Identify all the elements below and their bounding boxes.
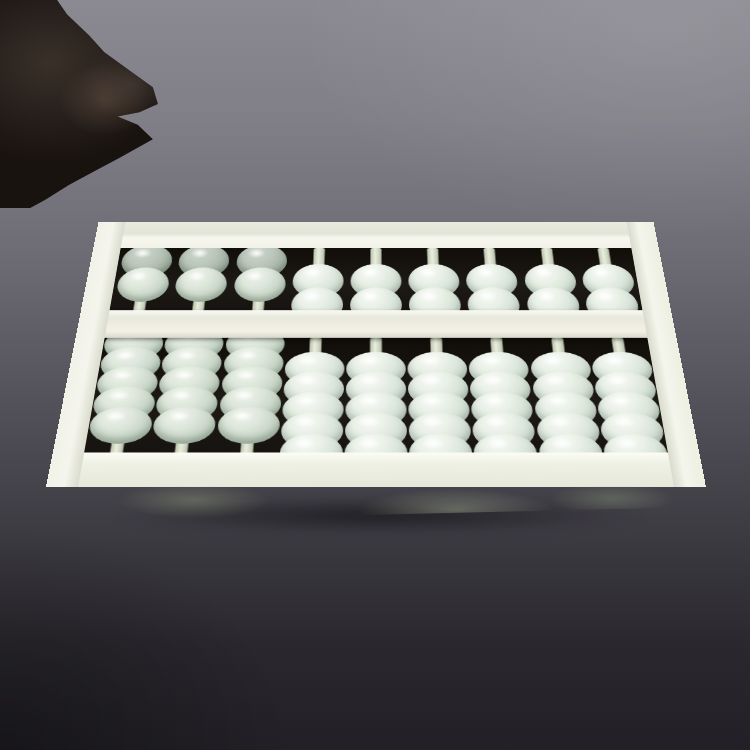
heaven-rod-6 [404, 248, 464, 310]
earth-rod-6 [406, 338, 473, 453]
abacus-board [46, 222, 706, 487]
frame-rail-top [93, 222, 658, 248]
heaven-rod-2 [169, 248, 234, 310]
heaven-rod-5 [346, 248, 405, 310]
bead-stack [170, 245, 234, 302]
earth-bead[interactable] [216, 407, 281, 444]
earth-rod-4 [279, 338, 346, 453]
bead-stack [215, 328, 286, 444]
heaven-rod-4 [287, 248, 347, 310]
heaven-rod-8 [518, 248, 583, 310]
heaven-bead[interactable] [115, 267, 171, 301]
heaven-deck [110, 248, 643, 310]
beam-divider [101, 310, 651, 337]
heaven-rod-3 [228, 248, 291, 310]
heaven-bead[interactable] [174, 267, 229, 301]
bead-stack [111, 245, 178, 302]
bead-stack [229, 245, 291, 302]
earth-rod-7 [467, 338, 538, 453]
frame-rail-bottom [46, 452, 706, 487]
heaven-rod-1 [110, 248, 178, 310]
heaven-rod-7 [461, 248, 524, 310]
earth-rod-3 [214, 338, 285, 453]
earth-deck [84, 338, 668, 453]
earth-rod-5 [344, 338, 409, 453]
tabletop-scene [0, 0, 750, 750]
heaven-bead[interactable] [232, 267, 286, 301]
wood-carving-ornament [0, 0, 168, 208]
